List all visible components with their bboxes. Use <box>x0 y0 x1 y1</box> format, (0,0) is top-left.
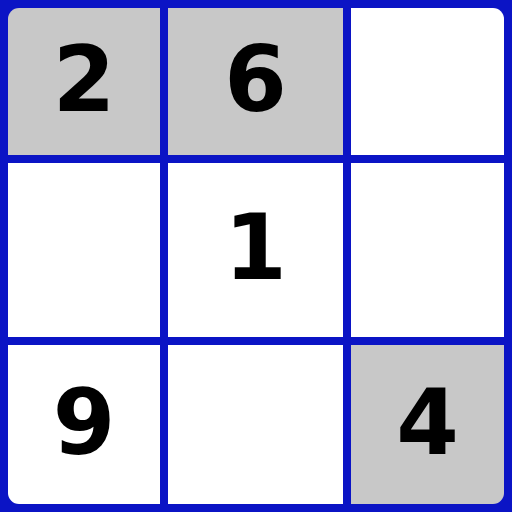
cell-r2c1[interactable] <box>8 163 160 337</box>
cell-r1c2[interactable]: 6 <box>168 8 343 155</box>
cell-r3c3[interactable]: 4 <box>351 345 504 504</box>
sudoku-board: 2 6 1 9 4 <box>0 0 512 512</box>
cell-digit-r3c3: 4 <box>396 378 459 468</box>
cell-r1c3[interactable] <box>351 8 504 155</box>
cell-digit-r3c1: 9 <box>53 378 116 468</box>
cell-r3c1[interactable]: 9 <box>8 345 160 504</box>
cell-r2c2[interactable]: 1 <box>168 163 343 337</box>
cell-digit-r1c2: 6 <box>224 35 287 125</box>
cell-digit-r2c2: 1 <box>224 203 287 293</box>
cell-digit-r1c1: 2 <box>53 35 116 125</box>
cell-r2c3[interactable] <box>351 163 504 337</box>
cell-r1c1[interactable]: 2 <box>8 8 160 155</box>
cell-r3c2[interactable] <box>168 345 343 504</box>
